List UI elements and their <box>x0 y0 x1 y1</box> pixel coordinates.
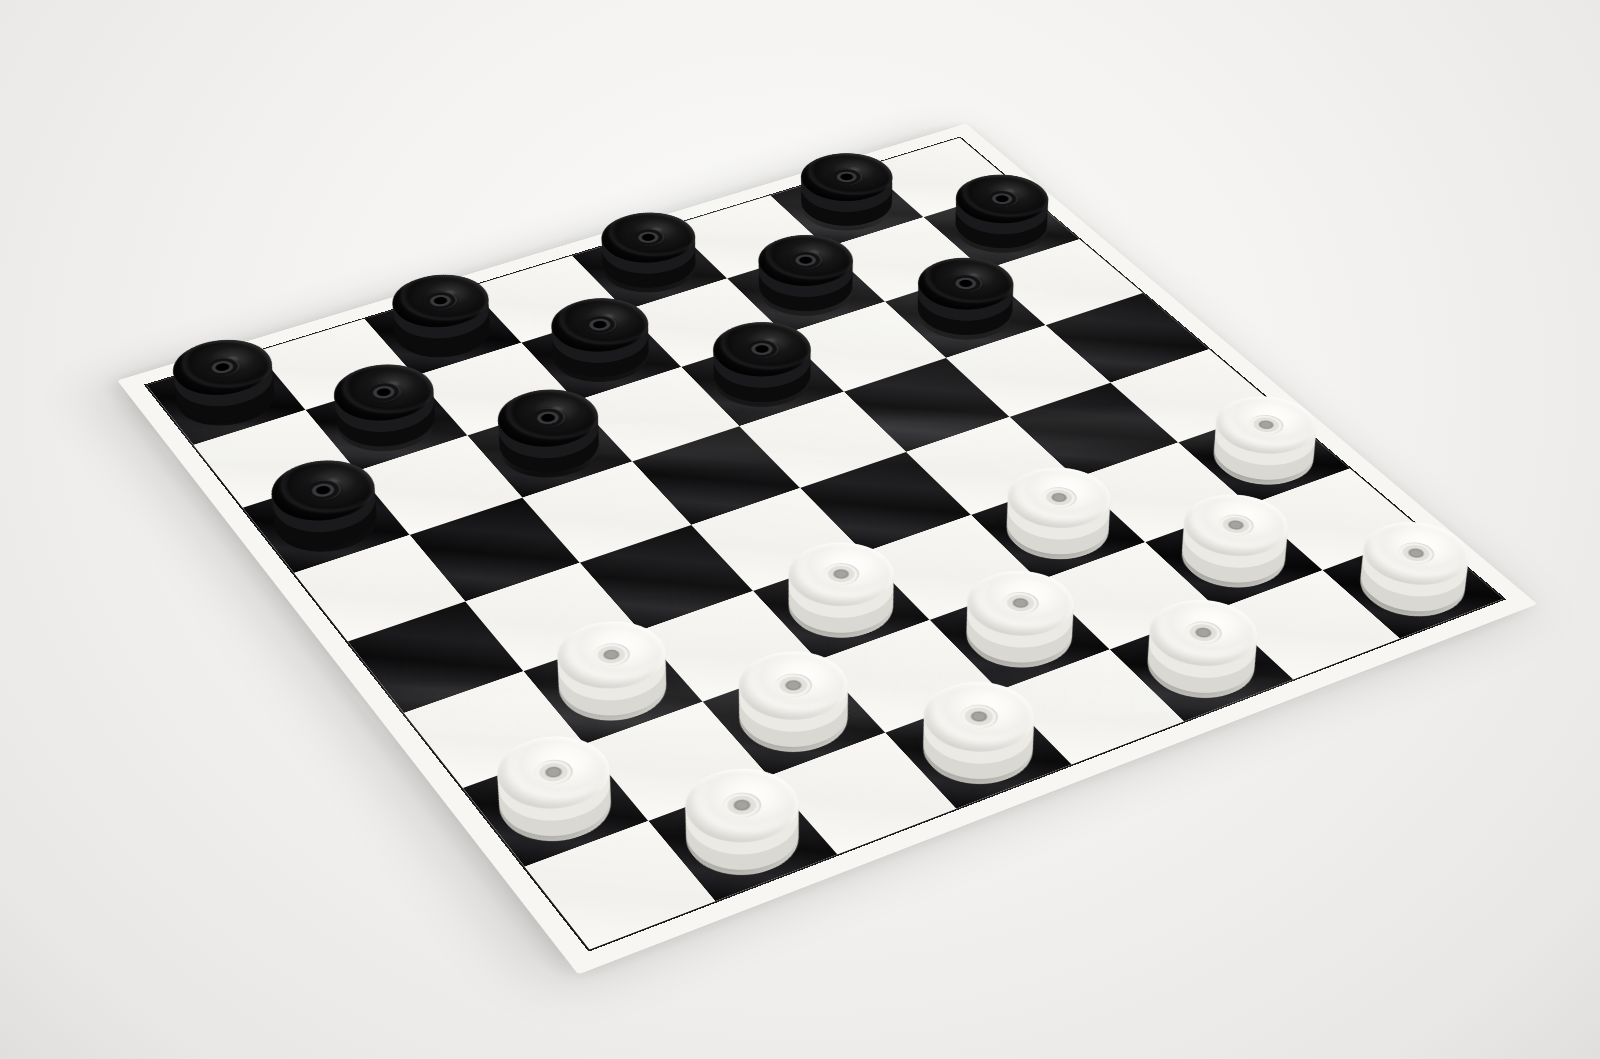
checker-piece-white[interactable] <box>1178 408 1350 505</box>
piece-hub-hole <box>528 756 579 789</box>
piece-hub-hole <box>826 166 868 188</box>
piece-hub-hole <box>525 405 570 431</box>
piece-hub-hole <box>1212 511 1261 539</box>
piece-hub-hole <box>300 476 346 504</box>
checkers-mat <box>117 124 1537 975</box>
piece-hub-hole <box>996 588 1045 618</box>
piece-hub-hole <box>1391 539 1440 568</box>
piece-hub-hole <box>627 226 669 249</box>
piece-hub-hole <box>768 670 818 701</box>
board-grid <box>144 137 1506 952</box>
piece-hub-hole <box>578 312 622 337</box>
piece-hub-hole <box>817 559 865 588</box>
piece-hub-hole <box>419 289 462 313</box>
piece-hub-hole <box>716 788 768 822</box>
piece-hub-hole <box>740 337 784 362</box>
piece-hub-hole <box>1243 412 1290 438</box>
piece-hub-hole <box>1035 484 1083 512</box>
piece-hub-hole <box>954 701 1005 733</box>
piece-hub-hole <box>587 639 636 670</box>
checkers-scene <box>117 124 1537 975</box>
piece-hub-hole <box>362 379 406 405</box>
piece-hub-hole <box>944 272 988 296</box>
piece-hub-hole <box>201 354 244 379</box>
piece-hub-hole <box>1178 617 1228 647</box>
piece-hub-hole <box>981 188 1024 210</box>
piece-hub-hole <box>784 249 827 272</box>
